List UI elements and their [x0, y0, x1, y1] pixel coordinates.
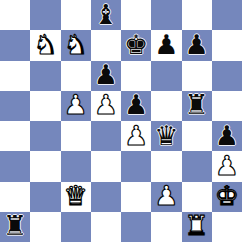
square-d4[interactable]: [91, 121, 121, 151]
square-a1[interactable]: ♜: [0, 212, 30, 242]
square-a6[interactable]: [0, 61, 30, 91]
square-h3[interactable]: ♟: [212, 151, 242, 181]
square-c8[interactable]: [61, 0, 91, 30]
square-d2[interactable]: [91, 182, 121, 212]
piece-white-knight[interactable]: ♞: [64, 31, 88, 58]
square-c1[interactable]: [61, 212, 91, 242]
square-a2[interactable]: [0, 182, 30, 212]
piece-white-pawn[interactable]: ♟: [154, 182, 178, 209]
square-g5[interactable]: ♜: [182, 91, 212, 121]
piece-white-pawn[interactable]: ♟: [94, 91, 118, 118]
square-d1[interactable]: [91, 212, 121, 242]
square-g4[interactable]: [182, 121, 212, 151]
square-g7[interactable]: ♟: [182, 30, 212, 60]
square-e4[interactable]: ♟: [121, 121, 151, 151]
square-b3[interactable]: [30, 151, 60, 181]
square-e1[interactable]: [121, 212, 151, 242]
square-h2[interactable]: ♚: [212, 182, 242, 212]
square-b8[interactable]: [30, 0, 60, 30]
square-h7[interactable]: [212, 30, 242, 60]
square-a5[interactable]: [0, 91, 30, 121]
piece-black-rook[interactable]: ♜: [3, 212, 27, 239]
square-d5[interactable]: ♟: [91, 91, 121, 121]
square-a3[interactable]: [0, 151, 30, 181]
piece-white-pawn[interactable]: ♟: [124, 122, 148, 149]
chess-board: ♝♞♞♚♟♟♟♟♟♟♜♟♛♟♟♛♟♚♜♜: [0, 0, 242, 242]
square-e7[interactable]: ♚: [121, 30, 151, 60]
square-f2[interactable]: ♟: [151, 182, 181, 212]
square-c2[interactable]: ♛: [61, 182, 91, 212]
square-h1[interactable]: [212, 212, 242, 242]
square-g3[interactable]: [182, 151, 212, 181]
square-a7[interactable]: [0, 30, 30, 60]
square-a8[interactable]: [0, 0, 30, 30]
square-c6[interactable]: [61, 61, 91, 91]
piece-white-pawn[interactable]: ♟: [64, 91, 88, 118]
square-c7[interactable]: ♞: [61, 30, 91, 60]
square-e5[interactable]: ♟: [121, 91, 151, 121]
piece-black-bishop[interactable]: ♝: [94, 1, 118, 28]
piece-black-pawn[interactable]: ♟: [94, 61, 118, 88]
square-g1[interactable]: ♜: [182, 212, 212, 242]
piece-white-king[interactable]: ♚: [215, 182, 239, 209]
square-b1[interactable]: [30, 212, 60, 242]
piece-white-pawn[interactable]: ♟: [215, 152, 239, 179]
piece-white-rook[interactable]: ♜: [185, 212, 209, 239]
square-b4[interactable]: [30, 121, 60, 151]
square-b5[interactable]: [30, 91, 60, 121]
square-e8[interactable]: [121, 0, 151, 30]
square-g2[interactable]: [182, 182, 212, 212]
piece-white-knight[interactable]: ♞: [33, 31, 57, 58]
square-d8[interactable]: ♝: [91, 0, 121, 30]
square-e3[interactable]: [121, 151, 151, 181]
piece-black-rook[interactable]: ♜: [185, 91, 209, 118]
piece-black-queen[interactable]: ♛: [154, 122, 178, 149]
square-f1[interactable]: [151, 212, 181, 242]
piece-white-queen[interactable]: ♛: [64, 182, 88, 209]
square-b2[interactable]: [30, 182, 60, 212]
square-a4[interactable]: [0, 121, 30, 151]
square-c4[interactable]: [61, 121, 91, 151]
square-d3[interactable]: [91, 151, 121, 181]
square-h8[interactable]: [212, 0, 242, 30]
square-h6[interactable]: [212, 61, 242, 91]
piece-black-pawn[interactable]: ♟: [185, 31, 209, 58]
piece-black-pawn[interactable]: ♟: [215, 122, 239, 149]
square-g8[interactable]: [182, 0, 212, 30]
square-c3[interactable]: [61, 151, 91, 181]
square-f5[interactable]: [151, 91, 181, 121]
square-g6[interactable]: [182, 61, 212, 91]
square-f7[interactable]: ♟: [151, 30, 181, 60]
square-f3[interactable]: [151, 151, 181, 181]
square-c5[interactable]: ♟: [61, 91, 91, 121]
square-h4[interactable]: ♟: [212, 121, 242, 151]
piece-black-king[interactable]: ♚: [124, 31, 148, 58]
piece-black-pawn[interactable]: ♟: [154, 31, 178, 58]
square-f8[interactable]: [151, 0, 181, 30]
square-b7[interactable]: ♞: [30, 30, 60, 60]
square-e6[interactable]: [121, 61, 151, 91]
square-f4[interactable]: ♛: [151, 121, 181, 151]
square-h5[interactable]: [212, 91, 242, 121]
piece-black-pawn[interactable]: ♟: [124, 91, 148, 118]
square-b6[interactable]: [30, 61, 60, 91]
square-d7[interactable]: [91, 30, 121, 60]
chess-board-wrap: ♝♞♞♚♟♟♟♟♟♟♜♟♛♟♟♛♟♚♜♜: [0, 0, 242, 242]
square-e2[interactable]: [121, 182, 151, 212]
square-f6[interactable]: [151, 61, 181, 91]
square-d6[interactable]: ♟: [91, 61, 121, 91]
